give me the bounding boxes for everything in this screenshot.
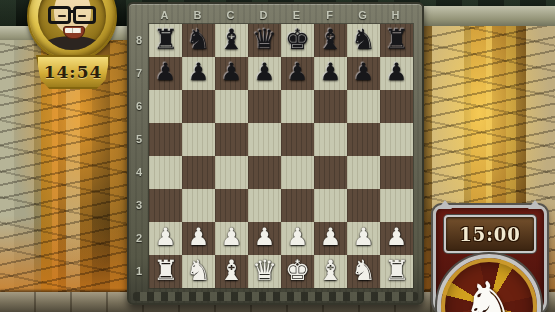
closed-eye-left [58, 15, 66, 17]
square-h7[interactable]: ♟ [380, 57, 413, 90]
black-pawn[interactable]: ♟ [386, 56, 408, 89]
square-c7[interactable]: ♟ [215, 57, 248, 90]
square-a7[interactable]: ♟ [149, 57, 182, 90]
closed-eye-right [78, 15, 86, 17]
glasses-icon [47, 6, 97, 21]
square-h5[interactable] [380, 123, 413, 156]
square-d2[interactable]: ♟ [248, 222, 281, 255]
square-e2[interactable]: ♟ [281, 222, 314, 255]
rank-label-5: 5 [131, 122, 147, 155]
white-knight-emblem: ♞ [437, 254, 541, 312]
black-player-clock: 14:54 [44, 62, 103, 82]
square-b8[interactable]: ♞ [182, 24, 215, 57]
black-rook[interactable]: ♜ [153, 23, 178, 56]
file-label-H: H [379, 6, 412, 23]
square-b7[interactable]: ♟ [182, 57, 215, 90]
square-b4[interactable] [182, 156, 215, 189]
black-pawn[interactable]: ♟ [221, 56, 243, 89]
square-f5[interactable] [314, 123, 347, 156]
square-h2[interactable]: ♟ [380, 222, 413, 255]
black-queen[interactable]: ♛ [252, 23, 277, 56]
square-d5[interactable] [248, 123, 281, 156]
square-e8[interactable]: ♚ [281, 24, 314, 57]
square-c1[interactable]: ♝ [215, 255, 248, 288]
square-f8[interactable]: ♝ [314, 24, 347, 57]
file-label-E: E [280, 6, 313, 23]
square-f2[interactable]: ♟ [314, 222, 347, 255]
white-player-badge: 15:00 ♞ [433, 205, 547, 312]
rank-label-3: 3 [131, 188, 147, 221]
square-a1[interactable]: ♜ [149, 255, 182, 288]
square-h6[interactable] [380, 90, 413, 123]
white-knight[interactable]: ♞ [186, 254, 211, 287]
square-c2[interactable]: ♟ [215, 222, 248, 255]
white-knight-icon: ♞ [461, 268, 517, 312]
square-e3[interactable] [281, 189, 314, 222]
square-c3[interactable] [215, 189, 248, 222]
white-pawn[interactable]: ♟ [188, 221, 210, 254]
square-f7[interactable]: ♟ [314, 57, 347, 90]
square-h1[interactable]: ♜ [380, 255, 413, 288]
square-d3[interactable] [248, 189, 281, 222]
square-b5[interactable] [182, 123, 215, 156]
black-bishop[interactable]: ♝ [318, 23, 343, 56]
black-player-badge: 14:54 [27, 0, 119, 93]
black-bishop[interactable]: ♝ [219, 23, 244, 56]
square-a6[interactable] [149, 90, 182, 123]
file-label-F: F [313, 6, 346, 23]
black-king[interactable]: ♚ [285, 23, 310, 56]
square-f6[interactable] [314, 90, 347, 123]
rank-labels: 87654321 [131, 23, 147, 287]
white-pawn[interactable]: ♟ [353, 221, 375, 254]
white-rook[interactable]: ♜ [384, 254, 409, 287]
square-a3[interactable] [149, 189, 182, 222]
black-pawn[interactable]: ♟ [155, 56, 177, 89]
rank-label-1: 1 [131, 254, 147, 287]
white-queen[interactable]: ♛ [252, 254, 277, 287]
gold-medallion-ring [27, 0, 117, 61]
black-pawn[interactable]: ♟ [353, 56, 375, 89]
square-a4[interactable] [149, 156, 182, 189]
white-pawn[interactable]: ♟ [320, 221, 342, 254]
square-g3[interactable] [347, 189, 380, 222]
file-label-B: B [181, 6, 214, 23]
square-d1[interactable]: ♛ [248, 255, 281, 288]
white-bishop[interactable]: ♝ [318, 254, 343, 287]
square-g7[interactable]: ♟ [347, 57, 380, 90]
square-b6[interactable] [182, 90, 215, 123]
square-c6[interactable] [215, 90, 248, 123]
square-f3[interactable] [314, 189, 347, 222]
square-g6[interactable] [347, 90, 380, 123]
square-g1[interactable]: ♞ [347, 255, 380, 288]
white-player-clock: 15:00 [459, 224, 521, 245]
square-g8[interactable]: ♞ [347, 24, 380, 57]
square-f4[interactable] [314, 156, 347, 189]
file-labels: ABCDEFGH [148, 6, 412, 23]
rank-label-2: 2 [131, 221, 147, 254]
square-d7[interactable]: ♟ [248, 57, 281, 90]
black-pawn[interactable]: ♟ [287, 56, 309, 89]
white-knight[interactable]: ♞ [351, 254, 376, 287]
white-pawn[interactable]: ♟ [155, 221, 177, 254]
square-b3[interactable] [182, 189, 215, 222]
file-label-A: A [148, 6, 181, 23]
square-c4[interactable] [215, 156, 248, 189]
black-pawn[interactable]: ♟ [188, 56, 210, 89]
white-king[interactable]: ♚ [285, 254, 310, 287]
square-d8[interactable]: ♛ [248, 24, 281, 57]
black-pawn[interactable]: ♟ [254, 56, 276, 89]
square-e5[interactable] [281, 123, 314, 156]
white-rook[interactable]: ♜ [153, 254, 178, 287]
square-e4[interactable] [281, 156, 314, 189]
square-d6[interactable] [248, 90, 281, 123]
white-clock-plate: 15:00 [444, 215, 536, 253]
square-a5[interactable] [149, 123, 182, 156]
square-e7[interactable]: ♟ [281, 57, 314, 90]
square-h3[interactable] [380, 189, 413, 222]
square-b2[interactable]: ♟ [182, 222, 215, 255]
square-g5[interactable] [347, 123, 380, 156]
chess-board: ABCDEFGH 87654321 ♜♞♝♛♚♝♞♜♟♟♟♟♟♟♟♟♟♟♟♟♟♟… [127, 2, 424, 305]
player-avatar [38, 0, 106, 50]
file-label-C: C [214, 6, 247, 23]
square-b1[interactable]: ♞ [182, 255, 215, 288]
rank-label-4: 4 [131, 155, 147, 188]
rank-label-6: 6 [131, 89, 147, 122]
black-rook[interactable]: ♜ [384, 23, 409, 56]
square-e1[interactable]: ♚ [281, 255, 314, 288]
black-knight[interactable]: ♞ [186, 23, 211, 56]
board-squares: ♜♞♝♛♚♝♞♜♟♟♟♟♟♟♟♟♟♟♟♟♟♟♟♟♜♞♝♛♚♝♞♜ [148, 23, 414, 289]
chess-game-screen: ABCDEFGH 87654321 ♜♞♝♛♚♝♞♜♟♟♟♟♟♟♟♟♟♟♟♟♟♟… [0, 0, 555, 312]
black-pawn[interactable]: ♟ [320, 56, 342, 89]
file-label-G: G [346, 6, 379, 23]
white-pawn[interactable]: ♟ [254, 221, 276, 254]
file-label-D: D [247, 6, 280, 23]
square-c8[interactable]: ♝ [215, 24, 248, 57]
square-g4[interactable] [347, 156, 380, 189]
rank-label-8: 8 [131, 23, 147, 56]
square-d4[interactable] [248, 156, 281, 189]
white-bishop[interactable]: ♝ [219, 254, 244, 287]
square-g2[interactable]: ♟ [347, 222, 380, 255]
white-pawn[interactable]: ♟ [386, 221, 408, 254]
square-h4[interactable] [380, 156, 413, 189]
white-pawn[interactable]: ♟ [221, 221, 243, 254]
square-e6[interactable] [281, 90, 314, 123]
square-c5[interactable] [215, 123, 248, 156]
square-f1[interactable]: ♝ [314, 255, 347, 288]
square-h8[interactable]: ♜ [380, 24, 413, 57]
square-a2[interactable]: ♟ [149, 222, 182, 255]
white-pawn[interactable]: ♟ [287, 221, 309, 254]
rank-label-7: 7 [131, 56, 147, 89]
black-knight[interactable]: ♞ [351, 23, 376, 56]
square-a8[interactable]: ♜ [149, 24, 182, 57]
black-clock-plate: 14:54 [36, 55, 110, 89]
